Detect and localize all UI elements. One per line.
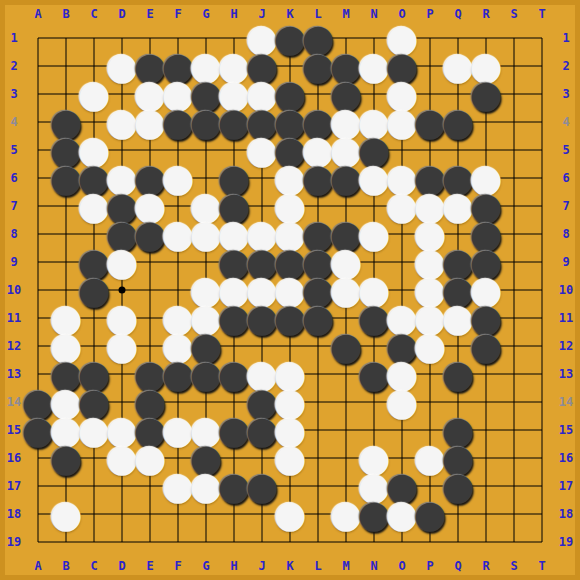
intersection-G18[interactable] [192,500,220,528]
intersection-N16[interactable]: ● [360,444,388,472]
intersection-L5[interactable]: ● [304,136,332,164]
intersection-B18[interactable]: ● [52,500,80,528]
intersection-K7[interactable]: ● [276,192,304,220]
intersection-F12[interactable]: ● [164,332,192,360]
intersection-D13[interactable] [108,360,136,388]
intersection-S15[interactable] [500,416,528,444]
intersection-Q14[interactable] [444,388,472,416]
intersection-P15[interactable] [416,416,444,444]
intersection-K9[interactable]: ● [276,248,304,276]
intersection-E11[interactable] [136,304,164,332]
intersection-J5[interactable]: ● [248,136,276,164]
intersection-Q7[interactable]: ● [444,192,472,220]
intersection-Q5[interactable] [444,136,472,164]
intersection-D10[interactable] [108,276,136,304]
intersection-T1[interactable] [528,24,556,52]
intersection-A7[interactable] [24,192,52,220]
intersection-Q8[interactable] [444,220,472,248]
intersection-J18[interactable] [248,500,276,528]
intersection-J15[interactable]: ● [248,416,276,444]
intersection-B3[interactable] [52,80,80,108]
intersection-A6[interactable] [24,164,52,192]
intersection-K4[interactable]: ● [276,108,304,136]
intersection-R15[interactable] [472,416,500,444]
intersection-S19[interactable] [500,528,528,556]
intersection-T10[interactable] [528,276,556,304]
intersection-A19[interactable] [24,528,52,556]
intersection-G9[interactable] [192,248,220,276]
intersection-D11[interactable]: ● [108,304,136,332]
intersection-G1[interactable] [192,24,220,52]
intersection-S1[interactable] [500,24,528,52]
intersection-J8[interactable]: ● [248,220,276,248]
intersection-N7[interactable] [360,192,388,220]
intersection-L9[interactable]: ● [304,248,332,276]
intersection-E10[interactable] [136,276,164,304]
intersection-D19[interactable] [108,528,136,556]
intersection-E9[interactable] [136,248,164,276]
intersection-P12[interactable]: ● [416,332,444,360]
intersection-E5[interactable] [136,136,164,164]
intersection-D8[interactable]: ● [108,220,136,248]
intersection-G3[interactable]: ● [192,80,220,108]
intersection-P19[interactable] [416,528,444,556]
intersection-Q1[interactable] [444,24,472,52]
intersection-G2[interactable]: ● [192,52,220,80]
intersection-J3[interactable]: ● [248,80,276,108]
intersection-A18[interactable] [24,500,52,528]
intersection-C7[interactable]: ● [80,192,108,220]
intersection-O14[interactable]: ● [388,388,416,416]
intersection-S11[interactable] [500,304,528,332]
intersection-G11[interactable]: ● [192,304,220,332]
intersection-J13[interactable]: ● [248,360,276,388]
intersection-D15[interactable]: ● [108,416,136,444]
intersection-C13[interactable]: ● [80,360,108,388]
intersection-J17[interactable]: ● [248,472,276,500]
intersection-A10[interactable] [24,276,52,304]
intersection-J6[interactable] [248,164,276,192]
intersection-T18[interactable] [528,500,556,528]
intersection-M4[interactable]: ● [332,108,360,136]
intersection-M16[interactable] [332,444,360,472]
intersection-C18[interactable] [80,500,108,528]
intersection-M19[interactable] [332,528,360,556]
intersection-K12[interactable] [276,332,304,360]
intersection-N8[interactable]: ● [360,220,388,248]
intersection-P18[interactable]: ● [416,500,444,528]
intersection-M18[interactable]: ● [332,500,360,528]
intersection-K15[interactable]: ● [276,416,304,444]
intersection-T11[interactable] [528,304,556,332]
intersection-M3[interactable]: ● [332,80,360,108]
intersection-B7[interactable] [52,192,80,220]
intersection-P2[interactable] [416,52,444,80]
intersection-K18[interactable]: ● [276,500,304,528]
intersection-E4[interactable]: ● [136,108,164,136]
intersection-N3[interactable] [360,80,388,108]
intersection-K10[interactable]: ● [276,276,304,304]
intersection-K2[interactable] [276,52,304,80]
intersection-A17[interactable] [24,472,52,500]
intersection-F5[interactable] [164,136,192,164]
intersection-R18[interactable] [472,500,500,528]
intersection-B11[interactable]: ● [52,304,80,332]
intersection-L8[interactable]: ● [304,220,332,248]
intersection-T15[interactable] [528,416,556,444]
intersection-G16[interactable]: ● [192,444,220,472]
intersection-O19[interactable] [388,528,416,556]
intersection-Q6[interactable]: ● [444,164,472,192]
intersection-G8[interactable]: ● [192,220,220,248]
intersection-F18[interactable] [164,500,192,528]
intersection-C2[interactable] [80,52,108,80]
intersection-L7[interactable] [304,192,332,220]
intersection-R7[interactable]: ● [472,192,500,220]
intersection-S17[interactable] [500,472,528,500]
intersection-S13[interactable] [500,360,528,388]
intersection-J19[interactable] [248,528,276,556]
intersection-K6[interactable]: ● [276,164,304,192]
intersection-Q16[interactable]: ● [444,444,472,472]
intersection-T6[interactable] [528,164,556,192]
intersection-M15[interactable] [332,416,360,444]
intersection-C17[interactable] [80,472,108,500]
intersection-N13[interactable]: ● [360,360,388,388]
intersection-K11[interactable]: ● [276,304,304,332]
intersection-F16[interactable] [164,444,192,472]
intersection-H8[interactable]: ● [220,220,248,248]
intersection-T17[interactable] [528,472,556,500]
intersection-A13[interactable] [24,360,52,388]
intersection-T12[interactable] [528,332,556,360]
intersection-M1[interactable] [332,24,360,52]
intersection-G19[interactable] [192,528,220,556]
intersection-D5[interactable] [108,136,136,164]
intersection-C1[interactable] [80,24,108,52]
intersection-B10[interactable] [52,276,80,304]
intersection-B5[interactable]: ● [52,136,80,164]
intersection-B1[interactable] [52,24,80,52]
intersection-N10[interactable]: ● [360,276,388,304]
intersection-G14[interactable] [192,388,220,416]
intersection-H15[interactable]: ● [220,416,248,444]
intersection-M14[interactable] [332,388,360,416]
intersection-D16[interactable]: ● [108,444,136,472]
intersection-H10[interactable]: ● [220,276,248,304]
intersection-E15[interactable]: ● [136,416,164,444]
intersection-M6[interactable]: ● [332,164,360,192]
intersection-H12[interactable] [220,332,248,360]
intersection-J14[interactable]: ● [248,388,276,416]
intersection-R3[interactable]: ● [472,80,500,108]
intersection-M7[interactable] [332,192,360,220]
intersection-R17[interactable] [472,472,500,500]
intersection-T16[interactable] [528,444,556,472]
intersection-M11[interactable] [332,304,360,332]
intersection-A1[interactable] [24,24,52,52]
intersection-O2[interactable]: ● [388,52,416,80]
intersection-N11[interactable]: ● [360,304,388,332]
intersection-S5[interactable] [500,136,528,164]
intersection-G5[interactable] [192,136,220,164]
intersection-H7[interactable]: ● [220,192,248,220]
intersection-O10[interactable] [388,276,416,304]
intersection-M12[interactable]: ● [332,332,360,360]
intersection-T4[interactable] [528,108,556,136]
intersection-E12[interactable] [136,332,164,360]
intersection-N1[interactable] [360,24,388,52]
intersection-Q15[interactable]: ● [444,416,472,444]
intersection-L6[interactable]: ● [304,164,332,192]
intersection-P6[interactable]: ● [416,164,444,192]
intersection-O1[interactable]: ● [388,24,416,52]
intersection-S4[interactable] [500,108,528,136]
intersection-Q9[interactable]: ● [444,248,472,276]
intersection-D4[interactable]: ● [108,108,136,136]
intersection-M2[interactable]: ● [332,52,360,80]
intersection-G13[interactable]: ● [192,360,220,388]
intersection-P17[interactable] [416,472,444,500]
intersection-F17[interactable]: ● [164,472,192,500]
intersection-R16[interactable] [472,444,500,472]
intersection-D12[interactable]: ● [108,332,136,360]
intersection-K5[interactable]: ● [276,136,304,164]
intersection-J1[interactable]: ● [248,24,276,52]
intersection-L11[interactable]: ● [304,304,332,332]
intersection-P8[interactable]: ● [416,220,444,248]
intersection-N15[interactable] [360,416,388,444]
intersection-H6[interactable]: ● [220,164,248,192]
intersection-E19[interactable] [136,528,164,556]
intersection-H3[interactable]: ● [220,80,248,108]
intersection-H4[interactable]: ● [220,108,248,136]
intersection-F3[interactable]: ● [164,80,192,108]
intersection-Q10[interactable]: ● [444,276,472,304]
intersection-O11[interactable]: ● [388,304,416,332]
intersection-S12[interactable] [500,332,528,360]
intersection-P7[interactable]: ● [416,192,444,220]
intersection-E17[interactable] [136,472,164,500]
intersection-R4[interactable] [472,108,500,136]
intersection-E7[interactable]: ● [136,192,164,220]
intersection-N12[interactable] [360,332,388,360]
intersection-D1[interactable] [108,24,136,52]
intersection-P16[interactable]: ● [416,444,444,472]
intersection-O3[interactable]: ● [388,80,416,108]
intersection-L3[interactable] [304,80,332,108]
intersection-T14[interactable] [528,388,556,416]
intersection-J10[interactable]: ● [248,276,276,304]
intersection-A2[interactable] [24,52,52,80]
intersection-T19[interactable] [528,528,556,556]
intersection-F13[interactable]: ● [164,360,192,388]
intersection-K17[interactable] [276,472,304,500]
intersection-R14[interactable] [472,388,500,416]
intersection-A11[interactable] [24,304,52,332]
intersection-P1[interactable] [416,24,444,52]
intersection-O13[interactable]: ● [388,360,416,388]
intersection-G4[interactable]: ● [192,108,220,136]
intersection-K3[interactable]: ● [276,80,304,108]
intersection-H17[interactable]: ● [220,472,248,500]
intersection-C5[interactable]: ● [80,136,108,164]
intersection-H11[interactable]: ● [220,304,248,332]
intersection-Q3[interactable] [444,80,472,108]
intersection-Q4[interactable]: ● [444,108,472,136]
intersection-B16[interactable]: ● [52,444,80,472]
intersection-M9[interactable]: ● [332,248,360,276]
intersection-C11[interactable] [80,304,108,332]
intersection-Q19[interactable] [444,528,472,556]
intersection-E1[interactable] [136,24,164,52]
intersection-E14[interactable]: ● [136,388,164,416]
intersection-C12[interactable] [80,332,108,360]
intersection-D6[interactable]: ● [108,164,136,192]
intersection-A9[interactable] [24,248,52,276]
intersection-L16[interactable] [304,444,332,472]
intersection-H9[interactable]: ● [220,248,248,276]
intersection-D7[interactable]: ● [108,192,136,220]
intersection-G7[interactable]: ● [192,192,220,220]
intersection-S10[interactable] [500,276,528,304]
intersection-F8[interactable]: ● [164,220,192,248]
intersection-F10[interactable] [164,276,192,304]
intersection-D18[interactable] [108,500,136,528]
intersection-R19[interactable] [472,528,500,556]
intersection-D3[interactable] [108,80,136,108]
intersection-H5[interactable] [220,136,248,164]
intersection-M17[interactable] [332,472,360,500]
intersection-G15[interactable]: ● [192,416,220,444]
intersection-L2[interactable]: ● [304,52,332,80]
intersection-C15[interactable]: ● [80,416,108,444]
intersection-S3[interactable] [500,80,528,108]
intersection-K8[interactable]: ● [276,220,304,248]
intersection-N5[interactable]: ● [360,136,388,164]
intersection-T3[interactable] [528,80,556,108]
intersection-H14[interactable] [220,388,248,416]
intersection-F2[interactable]: ● [164,52,192,80]
go-board[interactable]: ●●●●●●●●●●●●●●●●●●●●●●●●●●●●●●●●●●●●●●●●… [24,24,556,556]
intersection-J7[interactable] [248,192,276,220]
intersection-S6[interactable] [500,164,528,192]
intersection-F15[interactable]: ● [164,416,192,444]
intersection-L18[interactable] [304,500,332,528]
intersection-B12[interactable]: ● [52,332,80,360]
intersection-B19[interactable] [52,528,80,556]
intersection-C8[interactable] [80,220,108,248]
intersection-P13[interactable] [416,360,444,388]
intersection-B2[interactable] [52,52,80,80]
intersection-T2[interactable] [528,52,556,80]
intersection-M10[interactable]: ● [332,276,360,304]
intersection-M8[interactable]: ● [332,220,360,248]
intersection-L12[interactable] [304,332,332,360]
intersection-T5[interactable] [528,136,556,164]
intersection-O17[interactable]: ● [388,472,416,500]
intersection-S16[interactable] [500,444,528,472]
intersection-M13[interactable] [332,360,360,388]
intersection-R8[interactable]: ● [472,220,500,248]
intersection-S18[interactable] [500,500,528,528]
intersection-G10[interactable]: ● [192,276,220,304]
intersection-R13[interactable] [472,360,500,388]
intersection-R11[interactable]: ● [472,304,500,332]
intersection-T9[interactable] [528,248,556,276]
intersection-K14[interactable]: ● [276,388,304,416]
intersection-P10[interactable]: ● [416,276,444,304]
intersection-N17[interactable]: ● [360,472,388,500]
intersection-C3[interactable]: ● [80,80,108,108]
intersection-L17[interactable] [304,472,332,500]
intersection-E18[interactable] [136,500,164,528]
intersection-Q12[interactable] [444,332,472,360]
intersection-G12[interactable]: ● [192,332,220,360]
intersection-B14[interactable]: ● [52,388,80,416]
intersection-O12[interactable]: ● [388,332,416,360]
intersection-S7[interactable] [500,192,528,220]
intersection-N9[interactable] [360,248,388,276]
intersection-C6[interactable]: ● [80,164,108,192]
intersection-D17[interactable] [108,472,136,500]
intersection-P14[interactable] [416,388,444,416]
intersection-P4[interactable]: ● [416,108,444,136]
intersection-Q13[interactable]: ● [444,360,472,388]
intersection-J11[interactable]: ● [248,304,276,332]
intersection-R2[interactable]: ● [472,52,500,80]
intersection-P5[interactable] [416,136,444,164]
intersection-L14[interactable] [304,388,332,416]
intersection-D9[interactable]: ● [108,248,136,276]
intersection-F19[interactable] [164,528,192,556]
intersection-B13[interactable]: ● [52,360,80,388]
intersection-P11[interactable]: ● [416,304,444,332]
intersection-F6[interactable]: ● [164,164,192,192]
intersection-J9[interactable]: ● [248,248,276,276]
intersection-L13[interactable] [304,360,332,388]
intersection-Q18[interactable] [444,500,472,528]
intersection-N2[interactable]: ● [360,52,388,80]
intersection-O18[interactable]: ● [388,500,416,528]
intersection-H16[interactable] [220,444,248,472]
intersection-O8[interactable] [388,220,416,248]
intersection-E6[interactable]: ● [136,164,164,192]
intersection-S14[interactable] [500,388,528,416]
intersection-E3[interactable]: ● [136,80,164,108]
intersection-Q2[interactable]: ● [444,52,472,80]
intersection-L19[interactable] [304,528,332,556]
intersection-H18[interactable] [220,500,248,528]
intersection-B6[interactable]: ● [52,164,80,192]
intersection-C14[interactable]: ● [80,388,108,416]
intersection-A15[interactable]: ● [24,416,52,444]
intersection-F1[interactable] [164,24,192,52]
intersection-A12[interactable] [24,332,52,360]
intersection-J2[interactable]: ● [248,52,276,80]
intersection-T8[interactable] [528,220,556,248]
intersection-O7[interactable]: ● [388,192,416,220]
intersection-E2[interactable]: ● [136,52,164,80]
intersection-B8[interactable] [52,220,80,248]
intersection-A5[interactable] [24,136,52,164]
intersection-J16[interactable] [248,444,276,472]
intersection-O16[interactable] [388,444,416,472]
intersection-P3[interactable] [416,80,444,108]
intersection-R1[interactable] [472,24,500,52]
intersection-B17[interactable] [52,472,80,500]
intersection-L15[interactable] [304,416,332,444]
